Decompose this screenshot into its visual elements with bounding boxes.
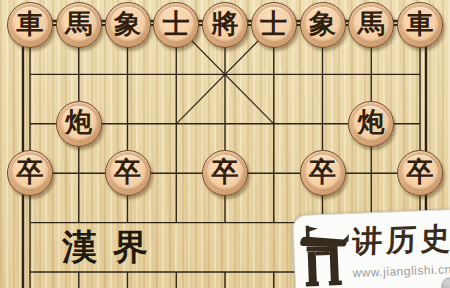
- piece-character: 將: [212, 11, 239, 38]
- piece-卒[interactable]: 卒: [7, 150, 53, 196]
- piece-character: 炮: [65, 109, 92, 136]
- piece-face: 炮: [61, 106, 97, 142]
- piece-character: 馬: [65, 11, 92, 38]
- piece-馬[interactable]: 馬: [56, 2, 102, 48]
- piece-車[interactable]: 車: [7, 2, 53, 48]
- piece-face: 車: [402, 7, 438, 43]
- piece-character: 馬: [358, 11, 385, 38]
- piece-face: 士: [158, 7, 194, 43]
- piece-character: 士: [163, 11, 190, 38]
- gate-icon: [299, 223, 351, 288]
- piece-face: 炮: [353, 106, 389, 142]
- piece-卒[interactable]: 卒: [105, 150, 151, 196]
- watermark-card: 讲历史 www.jianglishi.cn: [292, 209, 450, 288]
- piece-face: 卒: [110, 155, 146, 191]
- piece-face: 將: [207, 7, 243, 43]
- piece-象[interactable]: 象: [300, 2, 346, 48]
- piece-character: 士: [260, 11, 287, 38]
- piece-face: 馬: [61, 7, 97, 43]
- piece-炮[interactable]: 炮: [348, 101, 394, 147]
- piece-車[interactable]: 車: [397, 2, 443, 48]
- piece-face: 士: [256, 7, 292, 43]
- river-label: 漢界: [62, 230, 164, 265]
- watermark-url: www.jianglishi.cn: [352, 262, 450, 280]
- xiangqi-board[interactable]: 漢界 車馬象士將士象馬車炮炮卒卒卒卒卒 讲历史 www.jianglishi.c…: [0, 0, 450, 288]
- piece-卒[interactable]: 卒: [202, 150, 248, 196]
- piece-士[interactable]: 士: [153, 2, 199, 48]
- piece-face: 車: [12, 7, 48, 43]
- piece-將[interactable]: 將: [202, 2, 248, 48]
- piece-士[interactable]: 士: [251, 2, 297, 48]
- piece-face: 卒: [207, 155, 243, 191]
- piece-象[interactable]: 象: [105, 2, 151, 48]
- piece-character: 卒: [17, 159, 44, 186]
- piece-character: 車: [407, 11, 434, 38]
- piece-face: 象: [305, 7, 341, 43]
- piece-character: 象: [309, 11, 336, 38]
- piece-character: 卒: [407, 159, 434, 186]
- piece-卒[interactable]: 卒: [300, 150, 346, 196]
- piece-face: 卒: [12, 155, 48, 191]
- piece-馬[interactable]: 馬: [348, 2, 394, 48]
- piece-character: 象: [114, 11, 141, 38]
- piece-face: 卒: [305, 155, 341, 191]
- piece-face: 卒: [402, 155, 438, 191]
- piece-炮[interactable]: 炮: [56, 101, 102, 147]
- piece-character: 卒: [212, 159, 239, 186]
- piece-character: 卒: [114, 159, 141, 186]
- piece-卒[interactable]: 卒: [397, 150, 443, 196]
- piece-character: 車: [17, 11, 44, 38]
- piece-character: 卒: [309, 159, 336, 186]
- piece-face: 馬: [353, 7, 389, 43]
- watermark-brand: 讲历史: [352, 220, 450, 260]
- piece-character: 炮: [358, 109, 385, 136]
- piece-face: 象: [110, 7, 146, 43]
